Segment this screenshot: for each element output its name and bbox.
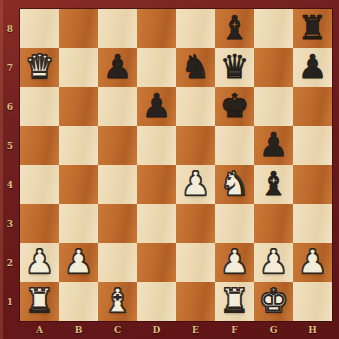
square-g6[interactable] — [254, 87, 293, 126]
square-h1[interactable] — [293, 282, 332, 321]
file-label-d: D — [137, 321, 176, 339]
square-a1[interactable]: ♜ — [20, 282, 59, 321]
square-e3[interactable] — [176, 204, 215, 243]
white-pawn-piece[interactable]: ♟ — [298, 245, 328, 278]
square-d3[interactable] — [137, 204, 176, 243]
square-b8[interactable] — [59, 9, 98, 48]
black-pawn-piece[interactable]: ♟ — [259, 128, 289, 161]
file-label-a: A — [20, 321, 59, 339]
square-g3[interactable] — [254, 204, 293, 243]
square-a5[interactable] — [20, 126, 59, 165]
square-f7[interactable]: ♛ — [215, 48, 254, 87]
white-pawn-piece[interactable]: ♟ — [220, 245, 250, 278]
rank-label-2: 2 — [0, 243, 20, 282]
square-g4[interactable]: ♝ — [254, 165, 293, 204]
square-c1[interactable]: ♝ — [98, 282, 137, 321]
white-knight-piece[interactable]: ♞ — [220, 167, 250, 200]
square-e8[interactable] — [176, 9, 215, 48]
white-king-piece[interactable]: ♚ — [259, 284, 289, 317]
rank-label-3: 3 — [0, 204, 20, 243]
rank-labels: 87654321 — [0, 9, 20, 321]
black-pawn-piece[interactable]: ♟ — [298, 50, 328, 83]
square-a4[interactable] — [20, 165, 59, 204]
square-f6[interactable]: ♚ — [215, 87, 254, 126]
chess-board[interactable]: ♝♜♛♟♞♛♟♟♚♟♟♞♝♟♟♟♟♟♜♝♜♚ — [20, 9, 332, 321]
black-pawn-piece[interactable]: ♟ — [142, 89, 172, 122]
rank-label-4: 4 — [0, 165, 20, 204]
square-f2[interactable]: ♟ — [215, 243, 254, 282]
black-knight-piece[interactable]: ♞ — [181, 50, 211, 83]
square-a3[interactable] — [20, 204, 59, 243]
black-bishop-piece[interactable]: ♝ — [220, 11, 250, 44]
square-e2[interactable] — [176, 243, 215, 282]
white-pawn-piece[interactable]: ♟ — [181, 167, 211, 200]
square-h6[interactable] — [293, 87, 332, 126]
square-h2[interactable]: ♟ — [293, 243, 332, 282]
white-pawn-piece[interactable]: ♟ — [259, 245, 289, 278]
rank-label-8: 8 — [0, 9, 20, 48]
file-label-g: G — [254, 321, 293, 339]
square-b7[interactable] — [59, 48, 98, 87]
square-f8[interactable]: ♝ — [215, 9, 254, 48]
square-c3[interactable] — [98, 204, 137, 243]
square-e5[interactable] — [176, 126, 215, 165]
square-d2[interactable] — [137, 243, 176, 282]
square-b5[interactable] — [59, 126, 98, 165]
square-d4[interactable] — [137, 165, 176, 204]
black-queen-piece[interactable]: ♛ — [220, 50, 250, 83]
square-f4[interactable]: ♞ — [215, 165, 254, 204]
white-queen-piece[interactable]: ♛ — [25, 50, 55, 83]
square-d8[interactable] — [137, 9, 176, 48]
square-b6[interactable] — [59, 87, 98, 126]
square-e1[interactable] — [176, 282, 215, 321]
square-h4[interactable] — [293, 165, 332, 204]
square-c7[interactable]: ♟ — [98, 48, 137, 87]
square-f3[interactable] — [215, 204, 254, 243]
file-label-e: E — [176, 321, 215, 339]
file-label-b: B — [59, 321, 98, 339]
rank-label-6: 6 — [0, 87, 20, 126]
black-rook-piece[interactable]: ♜ — [298, 11, 328, 44]
square-h3[interactable] — [293, 204, 332, 243]
white-rook-piece[interactable]: ♜ — [220, 284, 250, 317]
square-g5[interactable]: ♟ — [254, 126, 293, 165]
square-g7[interactable] — [254, 48, 293, 87]
square-e7[interactable]: ♞ — [176, 48, 215, 87]
file-label-f: F — [215, 321, 254, 339]
rank-label-7: 7 — [0, 48, 20, 87]
square-b2[interactable]: ♟ — [59, 243, 98, 282]
square-d7[interactable] — [137, 48, 176, 87]
square-g8[interactable] — [254, 9, 293, 48]
square-b1[interactable] — [59, 282, 98, 321]
file-label-h: H — [293, 321, 332, 339]
square-a2[interactable]: ♟ — [20, 243, 59, 282]
square-g1[interactable]: ♚ — [254, 282, 293, 321]
square-h8[interactable]: ♜ — [293, 9, 332, 48]
square-b3[interactable] — [59, 204, 98, 243]
white-pawn-piece[interactable]: ♟ — [64, 245, 94, 278]
square-c4[interactable] — [98, 165, 137, 204]
square-a7[interactable]: ♛ — [20, 48, 59, 87]
white-bishop-piece[interactable]: ♝ — [103, 284, 133, 317]
square-a8[interactable] — [20, 9, 59, 48]
square-h5[interactable] — [293, 126, 332, 165]
square-c2[interactable] — [98, 243, 137, 282]
white-rook-piece[interactable]: ♜ — [25, 284, 55, 317]
square-d6[interactable]: ♟ — [137, 87, 176, 126]
black-pawn-piece[interactable]: ♟ — [103, 50, 133, 83]
square-f1[interactable]: ♜ — [215, 282, 254, 321]
square-c6[interactable] — [98, 87, 137, 126]
file-labels: ABCDEFGH — [20, 321, 332, 339]
square-b4[interactable] — [59, 165, 98, 204]
chess-board-frame: 87654321 ♝♜♛♟♞♛♟♟♚♟♟♞♝♟♟♟♟♟♜♝♜♚ ABCDEFGH — [0, 0, 339, 339]
square-e4[interactable]: ♟ — [176, 165, 215, 204]
white-pawn-piece[interactable]: ♟ — [25, 245, 55, 278]
black-king-piece[interactable]: ♚ — [220, 89, 250, 122]
square-e6[interactable] — [176, 87, 215, 126]
square-h7[interactable]: ♟ — [293, 48, 332, 87]
rank-label-1: 1 — [0, 282, 20, 321]
rank-label-5: 5 — [0, 126, 20, 165]
square-c5[interactable] — [98, 126, 137, 165]
square-f5[interactable] — [215, 126, 254, 165]
square-c8[interactable] — [98, 9, 137, 48]
square-d1[interactable] — [137, 282, 176, 321]
square-a6[interactable] — [20, 87, 59, 126]
file-label-c: C — [98, 321, 137, 339]
black-bishop-piece[interactable]: ♝ — [259, 167, 289, 200]
square-g2[interactable]: ♟ — [254, 243, 293, 282]
square-d5[interactable] — [137, 126, 176, 165]
